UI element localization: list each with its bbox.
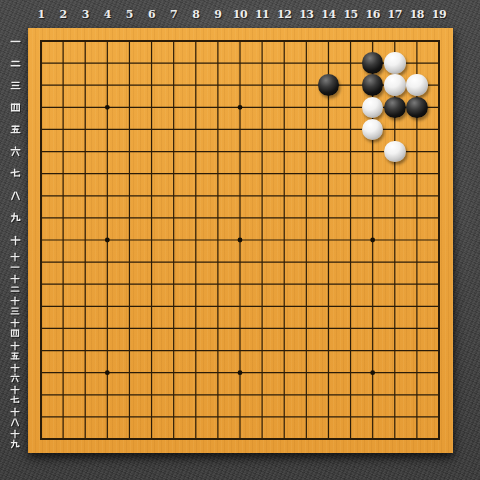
coordinate-label-top: 13 [295,8,317,21]
coordinate-label-top: 3 [74,8,96,21]
coordinate-label-top: 16 [362,8,384,21]
coordinate-label-top: 8 [185,8,207,21]
star-point [370,238,375,243]
star-point [238,370,243,375]
star-point [105,105,110,110]
coordinate-label-left [5,80,25,91]
coordinate-label-left [5,341,25,361]
coordinate-label-top: 15 [340,8,362,21]
coordinate-label-left [5,274,25,294]
coordinate-label-top: 18 [406,8,428,21]
coordinate-label-left [5,363,25,383]
coordinate-label-left [5,168,25,179]
coordinate-label-left [5,102,25,113]
coordinate-label-left [5,429,25,449]
star-point [105,238,110,243]
go-board[interactable] [28,28,453,453]
coordinate-label-top: 5 [118,8,140,21]
coordinate-label-top: 14 [317,8,339,21]
coordinate-label-top: 12 [273,8,295,21]
coordinate-label-left [5,235,25,246]
coordinate-label-top: 19 [428,8,450,21]
coordinate-label-left [5,36,25,47]
star-point [238,238,243,243]
coordinate-label-left [5,212,25,223]
black-stone[interactable] [318,74,340,96]
coordinate-label-top: 11 [251,8,273,21]
coordinate-label-left [5,252,25,272]
coordinate-label-top: 17 [384,8,406,21]
star-point [238,105,243,110]
coordinate-label-left [5,296,25,316]
coordinate-label-top: 4 [96,8,118,21]
white-stone[interactable] [384,74,406,96]
star-point [370,370,375,375]
coordinate-label-top: 6 [141,8,163,21]
black-stone[interactable] [384,97,406,119]
coordinate-label-left [5,124,25,135]
white-stone[interactable] [406,74,428,96]
white-stone[interactable] [384,52,406,74]
coordinate-label-left [5,385,25,405]
coordinate-label-left [5,407,25,427]
go-diagram: 12345678910111213141516171819 [0,0,480,480]
coordinate-label-left [5,318,25,338]
coordinate-label-top: 1 [30,8,52,21]
coordinate-label-top: 9 [207,8,229,21]
coordinate-label-left [5,146,25,157]
coordinate-label-top: 10 [229,8,251,21]
coordinate-label-top: 2 [52,8,74,21]
coordinate-label-left [5,58,25,69]
white-stone[interactable] [384,141,406,163]
star-point [105,370,110,375]
coordinate-label-left [5,190,25,201]
black-stone[interactable] [362,52,384,74]
coordinate-label-top: 7 [163,8,185,21]
black-stone[interactable] [406,97,428,119]
